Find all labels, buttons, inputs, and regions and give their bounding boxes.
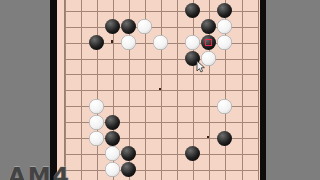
video-frame: AM4 — [0, 0, 320, 180]
go-board[interactable] — [57, 0, 266, 180]
black-stone — [105, 115, 120, 130]
last-move-marker — [205, 39, 212, 46]
white-stone — [89, 131, 104, 146]
black-stone — [217, 131, 232, 146]
watermark-text: AM4 — [8, 163, 71, 180]
black-stone — [105, 131, 120, 146]
white-stone — [89, 99, 104, 114]
white-stone — [89, 115, 104, 130]
mouse-cursor-icon — [196, 61, 206, 73]
